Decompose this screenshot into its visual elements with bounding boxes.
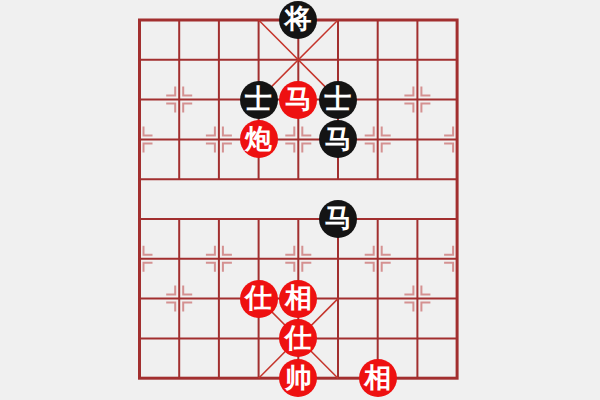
black-general[interactable]: 将 — [279, 1, 317, 39]
red-cannon[interactable]: 炮 — [240, 120, 278, 158]
xiangqi-app: 将士马士炮马马仕相仕帅相 — [0, 0, 600, 400]
piece-glyph: 马 — [324, 126, 351, 153]
piece-glyph: 士 — [245, 86, 272, 113]
piece-glyph: 相 — [285, 285, 312, 312]
red-advisor[interactable]: 仕 — [279, 319, 317, 357]
piece-glyph: 马 — [324, 205, 351, 232]
red-elephant[interactable]: 相 — [359, 359, 397, 397]
black-advisor[interactable]: 士 — [240, 81, 278, 119]
piece-glyph: 将 — [285, 6, 312, 33]
piece-glyph: 仕 — [285, 325, 312, 352]
piece-glyph: 仕 — [245, 285, 272, 312]
red-horse[interactable]: 马 — [279, 81, 317, 119]
red-general[interactable]: 帅 — [279, 359, 317, 397]
piece-glyph: 炮 — [245, 126, 272, 153]
red-advisor[interactable]: 仕 — [240, 280, 278, 318]
piece-glyph: 帅 — [285, 365, 312, 392]
black-advisor[interactable]: 士 — [319, 81, 357, 119]
black-horse[interactable]: 马 — [319, 120, 357, 158]
piece-glyph: 相 — [364, 365, 391, 392]
piece-glyph: 士 — [324, 86, 351, 113]
piece-glyph: 马 — [285, 86, 312, 113]
piece-grid: 将士马士炮马马仕相仕帅相 — [120, 0, 477, 398]
red-elephant[interactable]: 相 — [279, 280, 317, 318]
black-horse[interactable]: 马 — [319, 200, 357, 238]
